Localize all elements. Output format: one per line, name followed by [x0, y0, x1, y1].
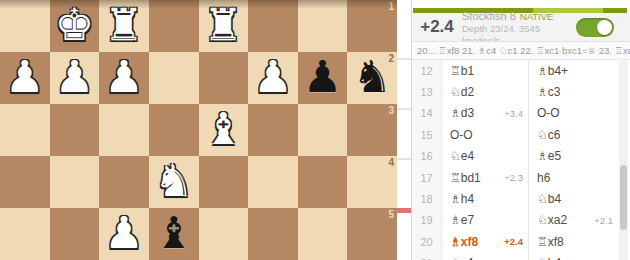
- move-san: ♖b1: [450, 64, 474, 78]
- square[interactable]: ♜: [199, 0, 249, 52]
- square[interactable]: [149, 104, 199, 156]
- rank-label: 5: [388, 209, 394, 220]
- toggle-knob: [597, 20, 612, 35]
- move-row: 18♗h4♘b4: [412, 188, 618, 209]
- engine-panel: +2.4 Stockfish 8NATIVE Depth 23/24, 3545…: [412, 0, 630, 260]
- eval-gauge: [397, 0, 412, 260]
- move-black[interactable]: ♘xa2+2.1: [529, 210, 618, 231]
- square[interactable]: [99, 104, 149, 156]
- gauge-tick: [397, 58, 411, 60]
- rank-label: 1: [388, 1, 394, 12]
- move-white[interactable]: ♗h4: [442, 188, 529, 209]
- square[interactable]: 4: [347, 156, 397, 208]
- square[interactable]: 1: [347, 0, 397, 52]
- move-black[interactable]: ♗b4+: [529, 60, 618, 81]
- move-san: ♘b4: [537, 256, 561, 260]
- square[interactable]: 3: [347, 104, 397, 156]
- move-number: 14: [412, 103, 442, 124]
- black-pawn-piece: ♟: [298, 52, 348, 104]
- gauge-tick: [397, 108, 411, 110]
- chess-board: ♚♜♜1♟♟♟♟♟♞2♝3♞4♟♝5: [0, 0, 397, 260]
- move-black[interactable]: h6: [529, 167, 618, 188]
- square[interactable]: ♞: [149, 156, 199, 208]
- move-white[interactable]: ♘d2: [442, 81, 529, 102]
- black-bishop-piece: ♝: [149, 208, 199, 260]
- move-black[interactable]: ♘b4: [529, 253, 618, 260]
- white-knight-piece: ♞: [149, 156, 199, 208]
- move-black[interactable]: ♘b4: [529, 188, 618, 209]
- square[interactable]: [199, 52, 249, 104]
- square[interactable]: 5: [347, 208, 397, 260]
- square[interactable]: [298, 0, 348, 52]
- square[interactable]: [0, 0, 50, 52]
- white-pawn-piece: ♟: [248, 52, 298, 104]
- white-rook-piece: ♜: [199, 0, 249, 52]
- square[interactable]: ♞2: [347, 52, 397, 104]
- move-number: 16: [412, 146, 442, 167]
- square[interactable]: ♚: [50, 0, 100, 52]
- move-row: 19♗e7♘xa2+2.1: [412, 210, 618, 231]
- move-san: ♗d3: [450, 106, 474, 120]
- move-number: 19: [412, 210, 442, 231]
- engine-name: Stockfish 8: [462, 10, 516, 22]
- square[interactable]: ♟: [0, 52, 50, 104]
- move-number: 15: [412, 124, 442, 145]
- square[interactable]: [199, 156, 249, 208]
- square[interactable]: [99, 156, 149, 208]
- move-white[interactable]: ♖bd1+2.3: [442, 167, 529, 188]
- move-san: ♖xf8: [537, 235, 564, 249]
- move-san: ♘c6: [537, 128, 560, 142]
- square[interactable]: ♝: [149, 208, 199, 260]
- rank-label: 3: [388, 105, 394, 116]
- move-eval: +2.1: [594, 215, 613, 226]
- rank-label: 4: [388, 157, 394, 168]
- square[interactable]: [248, 208, 298, 260]
- square[interactable]: ♝: [199, 104, 249, 156]
- move-san: ♘e4: [450, 149, 474, 163]
- square[interactable]: [248, 156, 298, 208]
- move-san: ♘d2: [450, 85, 474, 99]
- move-row: 14♗d3+3.4O-O: [412, 103, 618, 124]
- move-number: 12: [412, 60, 442, 81]
- move-number: 13: [412, 81, 442, 102]
- move-row: 17♖bd1+2.3h6: [412, 167, 618, 188]
- square[interactable]: ♟: [298, 52, 348, 104]
- move-san: ♘b4: [537, 192, 561, 206]
- move-eval: +2.4: [504, 236, 523, 247]
- move-san: ♗e5: [537, 149, 561, 163]
- pv-line[interactable]: 20... ♖xf8 21. ♗c4 ♘c1 22. ♖xc1 bxc1=♕ 2…: [412, 41, 630, 60]
- move-eval: +2.3: [504, 172, 523, 183]
- move-number: 21: [412, 253, 442, 260]
- move-white[interactable]: ♗d3+3.4: [442, 103, 529, 124]
- analysis-app: ♚♜♜1♟♟♟♟♟♞2♝3♞4♟♝5 +2.4 Stockfish 8NATIV…: [0, 0, 630, 260]
- square[interactable]: [298, 104, 348, 156]
- square[interactable]: ♟: [99, 208, 149, 260]
- move-white[interactable]: ♗e7: [442, 210, 529, 231]
- move-black[interactable]: ♖xf8: [529, 231, 618, 252]
- white-pawn-piece: ♟: [99, 52, 149, 104]
- move-row: 13♘d2♗c3: [412, 81, 618, 102]
- scrollbar-thumb[interactable]: [620, 165, 627, 230]
- square[interactable]: [298, 156, 348, 208]
- square[interactable]: ♟: [50, 52, 100, 104]
- square[interactable]: [248, 0, 298, 52]
- move-san: ♘xa2: [537, 213, 567, 227]
- white-pawn-piece: ♟: [50, 52, 100, 104]
- move-san: ♖bd1: [450, 171, 481, 185]
- white-bishop-piece: ♝: [199, 104, 249, 156]
- gauge-tick: [397, 158, 411, 160]
- move-eval: +3.4: [504, 108, 523, 119]
- square[interactable]: [50, 156, 100, 208]
- move-row: 21♗c4♘b4: [412, 253, 618, 260]
- move-san: O-O: [537, 106, 560, 120]
- move-san: ♗xf8: [450, 235, 478, 249]
- move-row: 15O-O♘c6: [412, 124, 618, 145]
- move-san: ♗c4: [450, 256, 473, 260]
- white-pawn-piece: ♟: [0, 52, 50, 104]
- move-list: 12♖b1♗b4+13♘d2♗c314♗d3+3.4O-O15O-O♘c616♘…: [412, 60, 618, 260]
- move-san: ♗b4+: [537, 64, 568, 78]
- square[interactable]: [149, 0, 199, 52]
- rank-label: 2: [388, 53, 394, 64]
- scrollbar-track[interactable]: [619, 58, 628, 260]
- move-san: ♗c3: [537, 85, 560, 99]
- engine-native-badge: NATIVE: [520, 11, 554, 22]
- move-row: 12♖b1♗b4+: [412, 60, 618, 81]
- move-black[interactable]: ♗c3: [529, 81, 618, 102]
- square[interactable]: [199, 208, 249, 260]
- white-rook-piece: ♜: [99, 0, 149, 52]
- engine-header: +2.4 Stockfish 8NATIVE Depth 23/24, 3545…: [412, 13, 630, 41]
- move-black[interactable]: O-O: [529, 103, 618, 124]
- square[interactable]: [50, 208, 100, 260]
- move-san: ♗h4: [450, 192, 474, 206]
- square[interactable]: [298, 208, 348, 260]
- square[interactable]: [50, 104, 100, 156]
- move-white[interactable]: ♗xf8+2.4: [442, 231, 529, 252]
- move-white[interactable]: O-O: [442, 124, 529, 145]
- move-black[interactable]: ♗e5: [529, 146, 618, 167]
- white-king-piece: ♚: [50, 0, 100, 52]
- square[interactable]: [0, 208, 50, 260]
- square[interactable]: [0, 156, 50, 208]
- square[interactable]: [0, 104, 50, 156]
- white-pawn-piece: ♟: [99, 208, 149, 260]
- move-white[interactable]: ♗c4: [442, 253, 529, 260]
- eval-score: +2.4: [412, 17, 462, 37]
- gauge-mid-tick: [397, 208, 411, 213]
- square[interactable]: ♟: [99, 52, 149, 104]
- move-number: 17: [412, 167, 442, 188]
- move-number: 18: [412, 188, 442, 209]
- move-san: ♗e7: [450, 213, 474, 227]
- move-white[interactable]: ♖b1: [442, 60, 529, 81]
- engine-toggle[interactable]: [576, 18, 614, 37]
- move-san: h6: [537, 171, 550, 185]
- square[interactable]: [149, 52, 199, 104]
- move-san: O-O: [450, 128, 473, 142]
- move-number: 20: [412, 231, 442, 252]
- move-row: 20♗xf8+2.4♖xf8: [412, 231, 618, 252]
- move-row: 16♘e4♗e5: [412, 146, 618, 167]
- move-black[interactable]: ♘c6: [529, 124, 618, 145]
- square[interactable]: ♟: [248, 52, 298, 104]
- move-white[interactable]: ♘e4: [442, 146, 529, 167]
- square[interactable]: ♜: [99, 0, 149, 52]
- square[interactable]: [248, 104, 298, 156]
